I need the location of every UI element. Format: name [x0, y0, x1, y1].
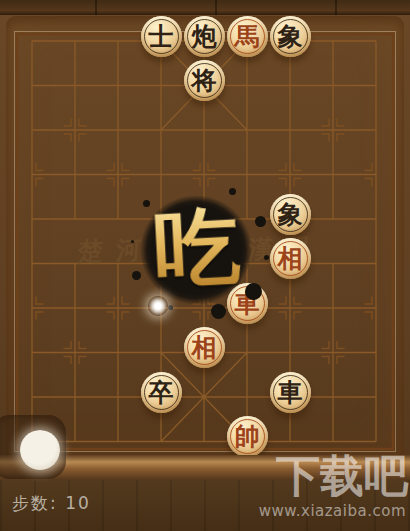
capture-glyph: 吃 — [152, 202, 242, 292]
piece-red-general[interactable]: 帥 — [227, 416, 268, 457]
piece-black-cannon[interactable]: 炮 — [184, 16, 225, 57]
piece-black-elephant[interactable]: 象 — [270, 16, 311, 57]
piece-black-chariot[interactable]: 車 — [270, 372, 311, 413]
capture-effect: 吃 — [138, 193, 256, 309]
piece-red-elephant[interactable]: 相 — [184, 327, 225, 368]
piece-glyph: 炮 — [192, 24, 217, 49]
piece-red-horse[interactable]: 馬 — [227, 16, 268, 57]
piece-black-advisor[interactable]: 士 — [141, 16, 182, 57]
piece-red-elephant[interactable]: 相 — [270, 238, 311, 279]
piece-glyph: 車 — [278, 380, 303, 405]
sparkle-effect — [148, 296, 168, 316]
xiangqi-board[interactable]: 楚河 漢界 士炮馬象将象相車相卒車帥 吃 — [6, 16, 404, 457]
corner-button[interactable] — [0, 415, 66, 479]
piece-glyph: 馬 — [235, 24, 260, 49]
step-counter: 步数: 10 — [12, 492, 91, 515]
plank-seam — [215, 0, 217, 15]
corner-circle-icon — [20, 430, 60, 470]
plank-seam — [95, 0, 97, 15]
wood-frame-top — [0, 0, 410, 15]
piece-glyph: 相 — [192, 335, 217, 360]
piece-glyph: 帥 — [235, 424, 260, 449]
plank-seam — [335, 0, 337, 15]
piece-glyph: 将 — [192, 68, 217, 93]
step-label: 步数: — [12, 493, 58, 513]
piece-glyph: 卒 — [149, 380, 174, 405]
step-count: 10 — [65, 493, 91, 513]
piece-black-soldier[interactable]: 卒 — [141, 372, 182, 413]
piece-black-elephant[interactable]: 象 — [270, 194, 311, 235]
piece-black-general[interactable]: 将 — [184, 60, 225, 101]
game-screen: 楚河 漢界 士炮馬象将象相車相卒車帥 吃 步数: 10 下载吧 www.xiaz… — [0, 0, 410, 531]
piece-glyph: 相 — [278, 246, 303, 271]
piece-glyph: 象 — [278, 202, 303, 227]
status-bar: 步数: 10 — [0, 480, 410, 531]
piece-glyph: 士 — [149, 24, 174, 49]
piece-glyph: 象 — [278, 24, 303, 49]
